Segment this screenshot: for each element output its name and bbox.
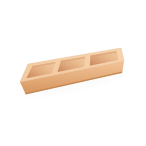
tray-illustration [0,0,146,146]
product-photo [0,0,146,146]
